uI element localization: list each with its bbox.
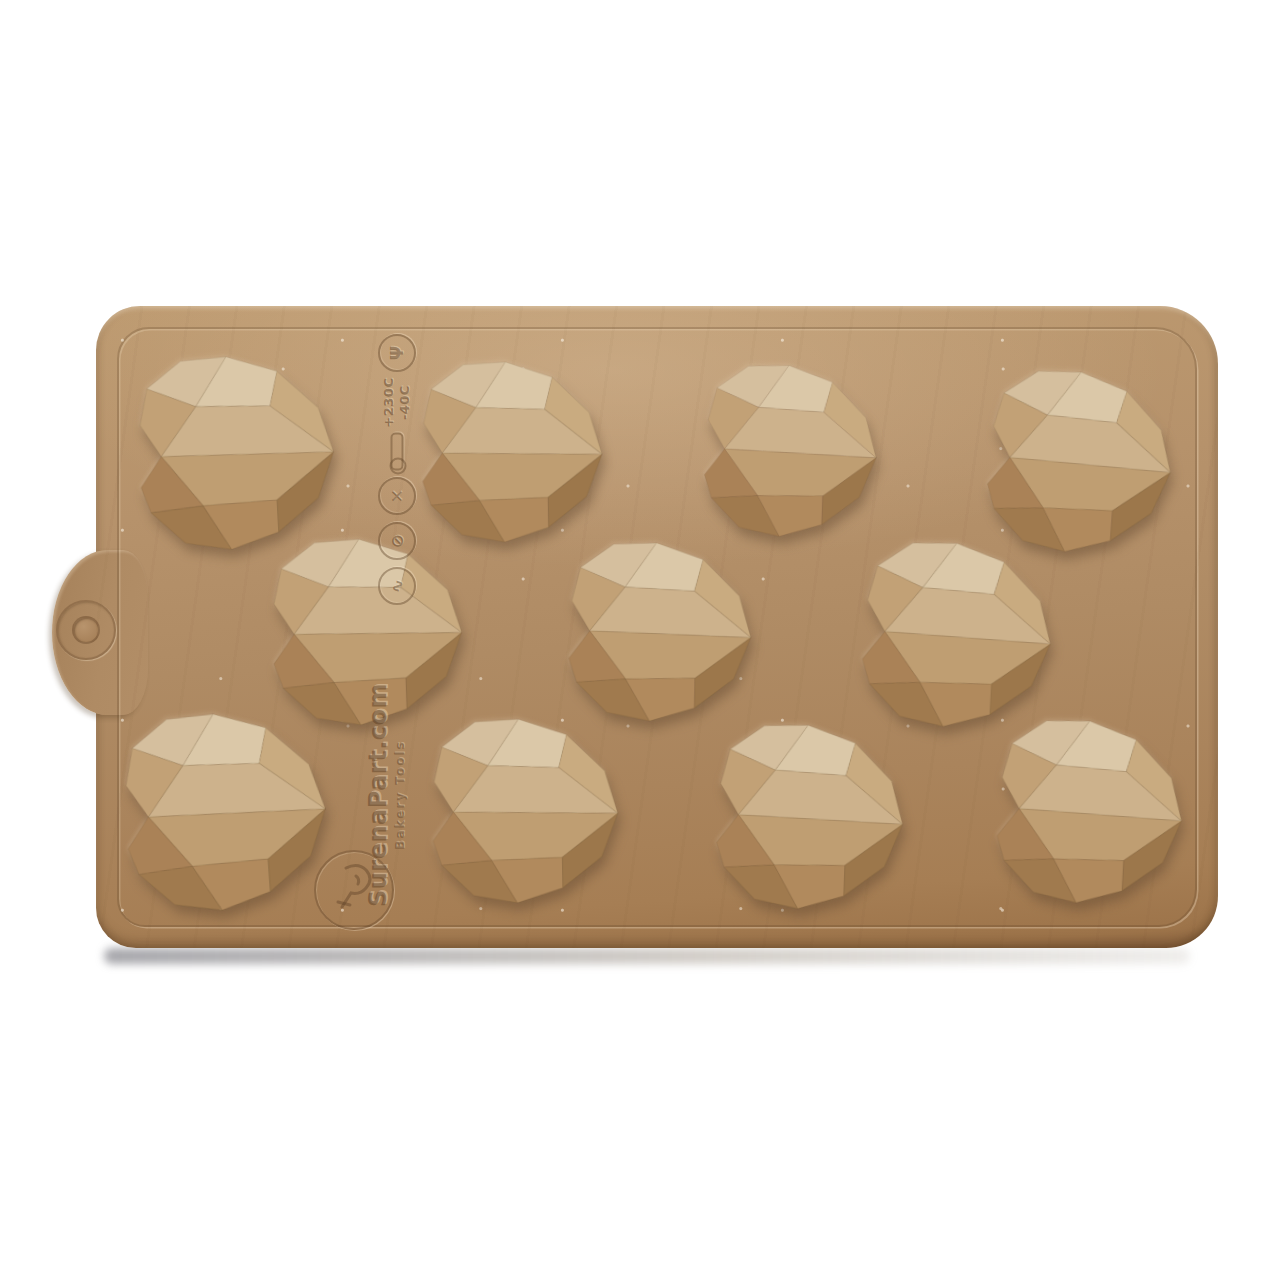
- temperature-range-label: +230C-40C: [373, 378, 420, 428]
- thermometer-icon: [391, 433, 404, 471]
- heart-cavity: [687, 353, 886, 550]
- no-dishwasher-icon: ✕: [378, 477, 416, 515]
- heart-cavity: [404, 350, 609, 553]
- hearts-layer: [96, 306, 1218, 948]
- silicone-mold: Ψ+230C-40C✕⊘∿ SurenaPart.com Bakery Tool…: [96, 306, 1218, 948]
- product-photo: Ψ+230C-40C✕⊘∿ SurenaPart.com Bakery Tool…: [0, 0, 1280, 1280]
- thermometer-bulb: [390, 458, 407, 475]
- heart-cavity: [977, 706, 1193, 919]
- brand-subtitle-text: Bakery Tools: [393, 740, 407, 849]
- manufacturer-mark-icon-glyph: ∿: [389, 579, 406, 593]
- heart-cavity: [551, 531, 758, 733]
- food-contact-safe-icon-glyph: Ψ: [389, 346, 406, 360]
- care-symbols-column: Ψ+230C-40C✕⊘∿: [375, 334, 419, 605]
- heart-cavity: [698, 711, 913, 922]
- no-open-flame-icon: ⊘: [378, 522, 416, 560]
- heart-cavity: [414, 707, 626, 915]
- heart-cavity: [101, 695, 340, 928]
- no-dishwasher-icon-glyph: ✕: [389, 489, 406, 503]
- no-open-flame-icon-glyph: ⊘: [389, 534, 406, 548]
- cast-shadow: [104, 948, 1190, 964]
- manufacturer-mark-icon: ∿: [378, 567, 416, 605]
- brand-logo-emblem-icon: [314, 850, 394, 930]
- food-contact-safe-icon: Ψ: [378, 334, 416, 372]
